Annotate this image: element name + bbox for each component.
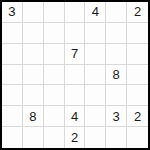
empty-cell-r3c7[interactable]: [127, 44, 148, 65]
empty-cell-r5c6[interactable]: [106, 85, 127, 106]
clue-cell-r6c4: 4: [65, 106, 86, 127]
clue-cell-r3c4: 7: [65, 44, 86, 65]
clue-cell-r6c6: 3: [106, 106, 127, 127]
empty-cell-r5c7[interactable]: [127, 85, 148, 106]
empty-cell-r2c4[interactable]: [65, 23, 86, 44]
empty-cell-r3c1[interactable]: [2, 44, 23, 65]
empty-cell-r2c1[interactable]: [2, 23, 23, 44]
empty-cell-r5c2[interactable]: [23, 85, 44, 106]
empty-cell-r2c2[interactable]: [23, 23, 44, 44]
empty-cell-r5c4[interactable]: [65, 85, 86, 106]
empty-cell-r6c3[interactable]: [44, 106, 65, 127]
clue-cell-r1c7: 2: [127, 2, 148, 23]
empty-cell-r7c6[interactable]: [106, 127, 127, 148]
empty-cell-r4c7[interactable]: [127, 65, 148, 86]
empty-cell-r6c1[interactable]: [2, 106, 23, 127]
empty-cell-r4c4[interactable]: [65, 65, 86, 86]
clue-cell-r1c5: 4: [85, 2, 106, 23]
empty-cell-r5c3[interactable]: [44, 85, 65, 106]
clue-cell-r6c2: 8: [23, 106, 44, 127]
empty-cell-r3c3[interactable]: [44, 44, 65, 65]
empty-cell-r7c5[interactable]: [85, 127, 106, 148]
empty-cell-r6c5[interactable]: [85, 106, 106, 127]
empty-cell-r1c3[interactable]: [44, 2, 65, 23]
empty-cell-r5c5[interactable]: [85, 85, 106, 106]
empty-cell-r2c7[interactable]: [127, 23, 148, 44]
clue-cell-r7c4: 2: [65, 127, 86, 148]
clue-cell-r1c1: 3: [2, 2, 23, 23]
empty-cell-r3c6[interactable]: [106, 44, 127, 65]
empty-cell-r7c3[interactable]: [44, 127, 65, 148]
empty-cell-r3c5[interactable]: [85, 44, 106, 65]
empty-cell-r2c5[interactable]: [85, 23, 106, 44]
empty-cell-r2c6[interactable]: [106, 23, 127, 44]
empty-cell-r7c1[interactable]: [2, 127, 23, 148]
puzzle-board: 3427884322: [0, 0, 150, 150]
minesweeper-puzzle: 3427884322: [0, 0, 150, 150]
clue-cell-r6c7: 2: [127, 106, 148, 127]
empty-cell-r4c1[interactable]: [2, 65, 23, 86]
empty-cell-r7c7[interactable]: [127, 127, 148, 148]
empty-cell-r1c6[interactable]: [106, 2, 127, 23]
empty-cell-r4c3[interactable]: [44, 65, 65, 86]
empty-cell-r4c2[interactable]: [23, 65, 44, 86]
empty-cell-r2c3[interactable]: [44, 23, 65, 44]
empty-cell-r1c4[interactable]: [65, 2, 86, 23]
empty-cell-r1c2[interactable]: [23, 2, 44, 23]
empty-cell-r3c2[interactable]: [23, 44, 44, 65]
empty-cell-r5c1[interactable]: [2, 85, 23, 106]
clue-cell-r4c6: 8: [106, 65, 127, 86]
empty-cell-r4c5[interactable]: [85, 65, 106, 86]
empty-cell-r7c2[interactable]: [23, 127, 44, 148]
